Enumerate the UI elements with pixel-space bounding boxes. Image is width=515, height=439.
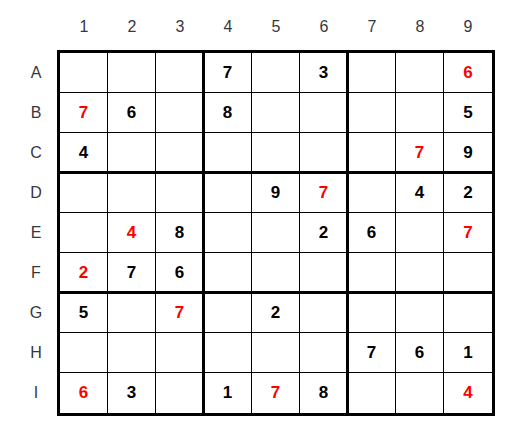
cell-I9[interactable]: 4: [444, 373, 492, 413]
row-label-H: H: [10, 333, 62, 373]
col-label-7: 7: [348, 14, 396, 40]
cell-D8[interactable]: 4: [396, 173, 444, 213]
cell-I8[interactable]: [396, 373, 444, 413]
row-label-B: B: [10, 93, 62, 133]
row-label-D: D: [10, 173, 62, 213]
cell-F2[interactable]: 7: [108, 253, 156, 293]
cell-D4[interactable]: [204, 173, 252, 213]
cell-F6[interactable]: [300, 253, 348, 293]
cell-B9[interactable]: 5: [444, 93, 492, 133]
cell-F4[interactable]: [204, 253, 252, 293]
cell-C8[interactable]: 7: [396, 133, 444, 173]
cell-I6[interactable]: 8: [300, 373, 348, 413]
cell-G3[interactable]: 7: [156, 293, 204, 333]
row-label-G: G: [10, 293, 62, 333]
cell-A2[interactable]: [108, 53, 156, 93]
col-label-5: 5: [252, 14, 300, 40]
cell-D7[interactable]: [348, 173, 396, 213]
cell-H3[interactable]: [156, 333, 204, 373]
cell-I4[interactable]: 1: [204, 373, 252, 413]
cell-A4[interactable]: 7: [204, 53, 252, 93]
cell-E7[interactable]: 6: [348, 213, 396, 253]
col-label-1: 1: [60, 14, 108, 40]
cell-B1[interactable]: 7: [60, 93, 108, 133]
cell-I1[interactable]: 6: [60, 373, 108, 413]
cell-H9[interactable]: 1: [444, 333, 492, 373]
cell-H8[interactable]: 6: [396, 333, 444, 373]
cell-H7[interactable]: 7: [348, 333, 396, 373]
cell-D3[interactable]: [156, 173, 204, 213]
cell-C4[interactable]: [204, 133, 252, 173]
cell-E2[interactable]: 4: [108, 213, 156, 253]
cell-B7[interactable]: [348, 93, 396, 133]
cell-H6[interactable]: [300, 333, 348, 373]
cell-D6[interactable]: 7: [300, 173, 348, 213]
cell-E6[interactable]: 2: [300, 213, 348, 253]
cell-F7[interactable]: [348, 253, 396, 293]
cell-H5[interactable]: [252, 333, 300, 373]
row-labels: ABCDEFGHI: [10, 53, 62, 413]
cell-D2[interactable]: [108, 173, 156, 213]
cell-A8[interactable]: [396, 53, 444, 93]
cell-H2[interactable]: [108, 333, 156, 373]
col-label-8: 8: [396, 14, 444, 40]
cell-G7[interactable]: [348, 293, 396, 333]
cell-A1[interactable]: [60, 53, 108, 93]
col-label-4: 4: [204, 14, 252, 40]
cell-E8[interactable]: [396, 213, 444, 253]
column-labels: 123456789: [60, 14, 492, 40]
cell-C9[interactable]: 9: [444, 133, 492, 173]
cell-G4[interactable]: [204, 293, 252, 333]
cell-I2[interactable]: 3: [108, 373, 156, 413]
cell-E9[interactable]: 7: [444, 213, 492, 253]
cell-E1[interactable]: [60, 213, 108, 253]
cell-F9[interactable]: [444, 253, 492, 293]
cell-C7[interactable]: [348, 133, 396, 173]
cell-C1[interactable]: 4: [60, 133, 108, 173]
cell-C6[interactable]: [300, 133, 348, 173]
cell-A5[interactable]: [252, 53, 300, 93]
row-label-F: F: [10, 253, 62, 293]
cell-F3[interactable]: 6: [156, 253, 204, 293]
cell-F1[interactable]: 2: [60, 253, 108, 293]
cell-G1[interactable]: 5: [60, 293, 108, 333]
cell-G2[interactable]: [108, 293, 156, 333]
col-label-3: 3: [156, 14, 204, 40]
cell-H1[interactable]: [60, 333, 108, 373]
cell-D9[interactable]: 2: [444, 173, 492, 213]
cell-B5[interactable]: [252, 93, 300, 133]
cell-A3[interactable]: [156, 53, 204, 93]
row-label-I: I: [10, 373, 62, 413]
cell-E4[interactable]: [204, 213, 252, 253]
cell-I3[interactable]: [156, 373, 204, 413]
row-label-E: E: [10, 213, 62, 253]
cell-F5[interactable]: [252, 253, 300, 293]
col-label-2: 2: [108, 14, 156, 40]
cell-B8[interactable]: [396, 93, 444, 133]
col-label-9: 9: [444, 14, 492, 40]
cell-C2[interactable]: [108, 133, 156, 173]
cell-G5[interactable]: 2: [252, 293, 300, 333]
cell-B2[interactable]: 6: [108, 93, 156, 133]
row-label-C: C: [10, 133, 62, 173]
cell-A6[interactable]: 3: [300, 53, 348, 93]
cell-G9[interactable]: [444, 293, 492, 333]
cell-F8[interactable]: [396, 253, 444, 293]
cell-E3[interactable]: 8: [156, 213, 204, 253]
cell-A7[interactable]: [348, 53, 396, 93]
cell-C5[interactable]: [252, 133, 300, 173]
cell-D1[interactable]: [60, 173, 108, 213]
cell-B3[interactable]: [156, 93, 204, 133]
row-label-A: A: [10, 53, 62, 93]
cell-D5[interactable]: 9: [252, 173, 300, 213]
cell-G8[interactable]: [396, 293, 444, 333]
cell-H4[interactable]: [204, 333, 252, 373]
sudoku-grid: 7367685479974248267276572761631784: [57, 50, 495, 416]
cell-E5[interactable]: [252, 213, 300, 253]
cell-C3[interactable]: [156, 133, 204, 173]
col-label-6: 6: [300, 14, 348, 40]
cell-I5[interactable]: 7: [252, 373, 300, 413]
cell-B6[interactable]: [300, 93, 348, 133]
sudoku-page: 123456789 ABCDEFGHI 73676854799742482672…: [0, 0, 515, 439]
cell-G6[interactable]: [300, 293, 348, 333]
cell-I7[interactable]: [348, 373, 396, 413]
cell-B4[interactable]: 8: [204, 93, 252, 133]
cell-A9[interactable]: 6: [444, 53, 492, 93]
